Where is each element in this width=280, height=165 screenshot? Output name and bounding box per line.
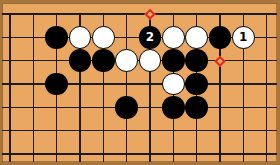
white-stone[interactable] xyxy=(92,26,115,49)
intersection-r2-c9[interactable] xyxy=(185,26,208,49)
intersection-r7-c10[interactable] xyxy=(208,142,231,165)
intersection-r3-c10[interactable] xyxy=(208,49,231,72)
intersection-r4-c1[interactable] xyxy=(0,72,22,95)
intersection-r4-c8[interactable] xyxy=(162,72,185,95)
intersection-r4-c5[interactable] xyxy=(92,72,115,95)
intersection-r3-c5[interactable] xyxy=(92,49,115,72)
intersection-r3-c3[interactable] xyxy=(45,49,68,72)
intersection-r4-c11[interactable] xyxy=(232,72,255,95)
intersection-r1-c9[interactable] xyxy=(185,2,208,25)
black-stone[interactable] xyxy=(162,96,185,119)
intersection-r6-c10[interactable] xyxy=(208,119,231,142)
intersection-r7-c4[interactable] xyxy=(68,142,91,165)
intersection-r5-c10[interactable] xyxy=(208,96,231,119)
intersection-r7-c12[interactable] xyxy=(255,142,278,165)
white-stone[interactable] xyxy=(185,26,208,49)
intersection-r3-c1[interactable] xyxy=(0,49,22,72)
go-diagram: 21 xyxy=(0,0,280,165)
intersection-r3-c12[interactable] xyxy=(255,49,278,72)
intersection-r4-c10[interactable] xyxy=(208,72,231,95)
intersection-r7-c6[interactable] xyxy=(115,142,138,165)
black-stone[interactable] xyxy=(185,73,208,96)
move-number-label: 2 xyxy=(146,31,154,43)
intersection-r2-c11[interactable]: 1 xyxy=(232,26,255,49)
intersection-r1-c12[interactable] xyxy=(255,2,278,25)
intersection-r2-c1[interactable] xyxy=(0,26,22,49)
intersection-r5-c8[interactable] xyxy=(162,96,185,119)
intersection-r1-c4[interactable] xyxy=(68,2,91,25)
intersection-r6-c4[interactable] xyxy=(68,119,91,142)
intersection-r5-c3[interactable] xyxy=(45,96,68,119)
intersection-r5-c12[interactable] xyxy=(255,96,278,119)
intersection-r3-c8[interactable] xyxy=(162,49,185,72)
intersection-r7-c8[interactable] xyxy=(162,142,185,165)
white-stone[interactable] xyxy=(139,49,162,72)
intersection-r2-c7[interactable]: 2 xyxy=(138,26,161,49)
black-stone[interactable] xyxy=(45,26,68,49)
intersection-r7-c7[interactable] xyxy=(138,142,161,165)
white-stone[interactable] xyxy=(162,26,185,49)
intersection-r6-c5[interactable] xyxy=(92,119,115,142)
intersection-r2-c12[interactable] xyxy=(255,26,278,49)
intersection-r2-c8[interactable] xyxy=(162,26,185,49)
black-stone[interactable] xyxy=(209,26,232,49)
white-stone[interactable]: 1 xyxy=(232,26,255,49)
intersection-r1-c8[interactable] xyxy=(162,2,185,25)
intersection-r4-c9[interactable] xyxy=(185,72,208,95)
black-stone[interactable] xyxy=(185,96,208,119)
intersection-r4-c4[interactable] xyxy=(68,72,91,95)
black-stone[interactable] xyxy=(115,96,138,119)
intersection-r7-c3[interactable] xyxy=(45,142,68,165)
intersection-r3-c4[interactable] xyxy=(68,49,91,72)
intersection-r5-c6[interactable] xyxy=(115,96,138,119)
intersection-r3-c2[interactable] xyxy=(22,49,45,72)
intersection-r5-c5[interactable] xyxy=(92,96,115,119)
white-stone[interactable] xyxy=(162,73,185,96)
intersection-r1-c5[interactable] xyxy=(92,2,115,25)
intersection-r6-c6[interactable] xyxy=(115,119,138,142)
intersection-r2-c4[interactable] xyxy=(68,26,91,49)
intersection-r3-c6[interactable] xyxy=(115,49,138,72)
intersection-r7-c5[interactable] xyxy=(92,142,115,165)
black-stone[interactable] xyxy=(185,49,208,72)
intersection-r4-c2[interactable] xyxy=(22,72,45,95)
intersection-r5-c2[interactable] xyxy=(22,96,45,119)
intersection-r2-c10[interactable] xyxy=(208,26,231,49)
intersection-r2-c3[interactable] xyxy=(45,26,68,49)
intersection-r6-c7[interactable] xyxy=(138,119,161,142)
intersection-r3-c9[interactable] xyxy=(185,49,208,72)
intersection-r6-c9[interactable] xyxy=(185,119,208,142)
intersection-r1-c11[interactable] xyxy=(232,2,255,25)
intersection-r1-c2[interactable] xyxy=(22,2,45,25)
intersection-r6-c11[interactable] xyxy=(232,119,255,142)
intersection-r4-c12[interactable] xyxy=(255,72,278,95)
black-stone[interactable] xyxy=(45,73,68,96)
white-stone[interactable] xyxy=(69,26,92,49)
intersection-r1-c10[interactable] xyxy=(208,2,231,25)
white-stone[interactable] xyxy=(115,49,138,72)
intersection-r4-c3[interactable] xyxy=(45,72,68,95)
black-stone[interactable] xyxy=(92,49,115,72)
intersection-r7-c9[interactable] xyxy=(185,142,208,165)
intersection-r6-c2[interactable] xyxy=(22,119,45,142)
intersection-r5-c7[interactable] xyxy=(138,96,161,119)
intersection-r3-c11[interactable] xyxy=(232,49,255,72)
intersection-r6-c1[interactable] xyxy=(0,119,22,142)
intersection-r5-c4[interactable] xyxy=(68,96,91,119)
intersection-r6-c3[interactable] xyxy=(45,119,68,142)
intersection-r1-c6[interactable] xyxy=(115,2,138,25)
black-stone[interactable] xyxy=(69,49,92,72)
intersection-r1-c3[interactable] xyxy=(45,2,68,25)
intersection-r7-c1[interactable] xyxy=(0,142,22,165)
go-board-grid: 21 xyxy=(0,2,278,165)
red-diamond-marker xyxy=(145,9,156,20)
black-stone[interactable] xyxy=(162,49,185,72)
intersection-r1-c7[interactable] xyxy=(138,2,161,25)
intersection-r7-c11[interactable] xyxy=(232,142,255,165)
red-diamond-marker xyxy=(215,55,226,66)
intersection-r6-c12[interactable] xyxy=(255,119,278,142)
intersection-r4-c7[interactable] xyxy=(138,72,161,95)
black-stone[interactable]: 2 xyxy=(139,26,162,49)
intersection-r6-c8[interactable] xyxy=(162,119,185,142)
intersection-r5-c11[interactable] xyxy=(232,96,255,119)
move-number-label: 1 xyxy=(239,31,247,43)
intersection-r2-c6[interactable] xyxy=(115,26,138,49)
intersection-r7-c2[interactable] xyxy=(22,142,45,165)
intersection-r2-c5[interactable] xyxy=(92,26,115,49)
intersection-r4-c6[interactable] xyxy=(115,72,138,95)
intersection-r5-c9[interactable] xyxy=(185,96,208,119)
intersection-r3-c7[interactable] xyxy=(138,49,161,72)
intersection-r5-c1[interactable] xyxy=(0,96,22,119)
intersection-r2-c2[interactable] xyxy=(22,26,45,49)
intersection-r1-c1[interactable] xyxy=(0,2,22,25)
